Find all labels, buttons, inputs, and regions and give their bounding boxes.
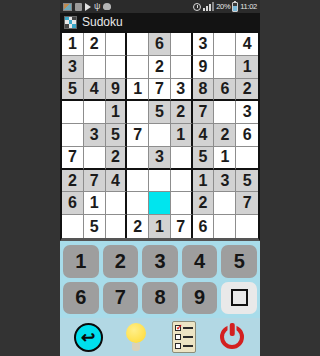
board-cell-r4c5[interactable]: 5 [149,101,171,124]
board-cell-r8c2[interactable]: 1 [84,192,106,215]
key-2[interactable]: 2 [103,245,139,278]
board-cell-r4c3[interactable]: 1 [106,101,128,124]
board-cell-r9c9[interactable] [236,215,258,238]
key-3[interactable]: 3 [142,245,178,278]
lightbulb-icon [125,323,147,351]
board-cell-r4c6[interactable]: 2 [171,101,193,124]
board-cell-r5c6[interactable]: 1 [171,124,193,147]
hint-button[interactable] [116,318,156,356]
board-cell-r4c1[interactable] [62,101,84,124]
board-cell-r3c1[interactable]: 5 [62,79,84,102]
board-cell-r7c3[interactable]: 4 [106,170,128,193]
key-7[interactable]: 7 [103,282,139,315]
board-cell-r9c3[interactable] [106,215,128,238]
board-cell-r2c9[interactable]: 1 [236,56,258,79]
board-cell-r3c3[interactable]: 9 [106,79,128,102]
board-cell-r9c5[interactable]: 1 [149,215,171,238]
app-icon [64,16,77,29]
board-cell-r3c5[interactable]: 7 [149,79,171,102]
board-cell-r2c5[interactable]: 2 [149,56,171,79]
battery-percent: 20% [216,2,230,11]
board-cell-r5c7[interactable]: 4 [193,124,215,147]
board-cell-r6c5[interactable]: 3 [149,147,171,170]
board-cell-r8c3[interactable] [106,192,128,215]
board-cell-r5c5[interactable] [149,124,171,147]
clock-time: 11:02 [240,2,257,11]
board-cell-r1c3[interactable] [106,33,128,56]
board-cell-r8c6[interactable] [171,192,193,215]
board-cell-r3c9[interactable]: 2 [236,79,258,102]
board-cell-r3c2[interactable]: 4 [84,79,106,102]
status-bar: ψ 20% 11:02 [60,0,260,13]
board-cell-r7c1[interactable]: 2 [62,170,84,193]
board-cell-r6c1[interactable]: 7 [62,147,84,170]
signal-bars-icon [203,2,214,11]
key-5[interactable]: 5 [221,245,257,278]
erase-key[interactable] [221,282,257,315]
board-cell-r1c9[interactable]: 4 [236,33,258,56]
board-cell-r7c5[interactable] [149,170,171,193]
board-cell-r8c1[interactable]: 6 [62,192,84,215]
power-icon [220,325,244,349]
board-cell-r8c4[interactable] [127,192,149,215]
bug-icon [103,3,111,10]
board-cell-r2c4[interactable] [127,56,149,79]
board-cell-r2c2[interactable] [84,56,106,79]
board-cell-r7c2[interactable]: 7 [84,170,106,193]
board-cell-r1c5[interactable]: 6 [149,33,171,56]
sim-icon [75,3,82,11]
board-cell-r7c7[interactable]: 1 [193,170,215,193]
board-cell-r3c4[interactable]: 1 [127,79,149,102]
key-9[interactable]: 9 [182,282,218,315]
board-cell-r5c4[interactable]: 7 [127,124,149,147]
board-cell-r6c8[interactable]: 1 [214,147,236,170]
board-cell-r5c8[interactable]: 2 [214,124,236,147]
board-cell-r1c7[interactable]: 3 [193,33,215,56]
board-cell-r7c8[interactable]: 3 [214,170,236,193]
board-cell-r3c8[interactable]: 6 [214,79,236,102]
notes-button[interactable] [164,318,204,356]
board-cell-r2c3[interactable] [106,56,128,79]
undo-button[interactable]: ↩ [68,318,108,356]
toolbar: ↩ [60,318,260,356]
board-cell-r2c8[interactable] [214,56,236,79]
board-cell-r9c7[interactable]: 6 [193,215,215,238]
number-keypad: 123456789 [60,241,260,318]
board-cell-r8c7[interactable]: 2 [193,192,215,215]
key-4[interactable]: 4 [182,245,218,278]
board-cell-r2c6[interactable] [171,56,193,79]
board-cell-r7c6[interactable] [171,170,193,193]
status-bar-notifications: ψ [63,2,111,11]
board-cell-r6c9[interactable] [236,147,258,170]
board-cell-r1c8[interactable] [214,33,236,56]
board-cell-r5c9[interactable]: 6 [236,124,258,147]
board-cell-r4c7[interactable]: 7 [193,101,215,124]
board-cell-r9c4[interactable]: 2 [127,215,149,238]
board-cell-r1c2[interactable]: 2 [84,33,106,56]
board-cell-r3c6[interactable]: 3 [171,79,193,102]
board-cell-r4c2[interactable] [84,101,106,124]
board-cell-r9c2[interactable]: 5 [84,215,106,238]
key-1[interactable]: 1 [63,245,99,278]
key-8[interactable]: 8 [142,282,178,315]
app-screen: ψ 20% 11:02 Sudoku 126343291549173862152… [60,0,260,356]
board-cell-r1c4[interactable] [127,33,149,56]
gallery-icon [63,3,72,11]
board-cell-r5c3[interactable]: 5 [106,124,128,147]
board-cell-r7c9[interactable]: 5 [236,170,258,193]
board-cell-r6c4[interactable] [127,147,149,170]
quit-button[interactable] [212,318,252,356]
empty-cell-icon [231,289,248,306]
key-6[interactable]: 6 [63,282,99,315]
board-cell-r6c2[interactable] [84,147,106,170]
status-bar-indicators: 20% 11:02 [193,2,257,12]
board-cell-r2c1[interactable]: 3 [62,56,84,79]
alarm-icon [193,3,201,11]
board-cell-r4c4[interactable] [127,101,149,124]
board-cell-r3c7[interactable]: 8 [193,79,215,102]
board-cell-r1c6[interactable] [171,33,193,56]
board-cell-r4c9[interactable]: 3 [236,101,258,124]
board-cell-r9c8[interactable] [214,215,236,238]
battery-icon [232,2,238,12]
sudoku-board: 1263432915491738621527335714267235127413… [60,31,260,241]
board-cell-r5c1[interactable] [62,124,84,147]
board-cell-r6c6[interactable] [171,147,193,170]
play-icon [85,3,91,11]
title-bar: Sudoku [60,13,260,31]
board-cell-r8c5[interactable] [149,192,171,215]
usb-icon: ψ [94,2,100,11]
board-cell-r6c7[interactable]: 5 [193,147,215,170]
board-cell-r1c1[interactable]: 1 [62,33,84,56]
board-cell-r6c3[interactable]: 2 [106,147,128,170]
checklist-icon [172,321,196,353]
undo-arrow-icon: ↩ [74,323,103,352]
board-cell-r9c6[interactable]: 7 [171,215,193,238]
board-cell-r8c8[interactable] [214,192,236,215]
board-cell-r8c9[interactable]: 7 [236,192,258,215]
board-cell-r5c2[interactable]: 3 [84,124,106,147]
board-cell-r2c7[interactable]: 9 [193,56,215,79]
board-cell-r9c1[interactable] [62,215,84,238]
page-title: Sudoku [82,15,123,29]
board-cell-r4c8[interactable] [214,101,236,124]
board-cell-r7c4[interactable] [127,170,149,193]
